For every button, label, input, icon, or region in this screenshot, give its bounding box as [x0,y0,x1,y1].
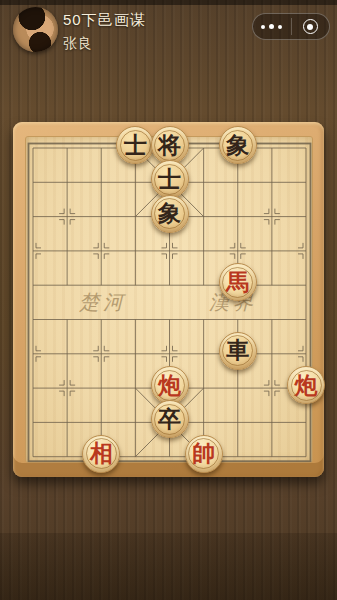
title-block: 50下邑画谋 张良 [63,11,146,53]
app-screen: 50下邑画谋 张良 楚河漢界 士将象士象馬車炮炮卒相帥 15 [0,0,337,600]
close-button[interactable] [292,14,330,39]
bottom-bar: 15 锦 求助 0步 [0,533,337,600]
piece-red-炮[interactable]: 炮 [287,366,325,404]
wechat-capsule [252,13,330,40]
player-avatar[interactable] [13,7,58,52]
piece-black-車[interactable]: 車 [219,332,257,370]
xiangqi-board[interactable]: 楚河漢界 士将象士象馬車炮炮卒相帥 [25,136,313,463]
ellipsis-icon [261,25,265,29]
piece-red-相[interactable]: 相 [82,435,120,473]
piece-black-象[interactable]: 象 [151,195,189,233]
river-label-left: 楚河 [79,290,127,314]
level-title: 50下邑画谋 [63,11,146,30]
piece-black-将[interactable]: 将 [151,126,189,164]
piece-black-士[interactable]: 士 [151,160,189,198]
player-name: 张良 [63,35,146,53]
more-button[interactable] [253,14,291,39]
piece-red-炮[interactable]: 炮 [151,366,189,404]
piece-black-象[interactable]: 象 [219,126,257,164]
piece-black-卒[interactable]: 卒 [151,400,189,438]
piece-red-馬[interactable]: 馬 [219,263,257,301]
target-circle-icon [303,19,318,34]
piece-red-帥[interactable]: 帥 [185,435,223,473]
top-bar: 50下邑画谋 张良 [0,0,337,60]
